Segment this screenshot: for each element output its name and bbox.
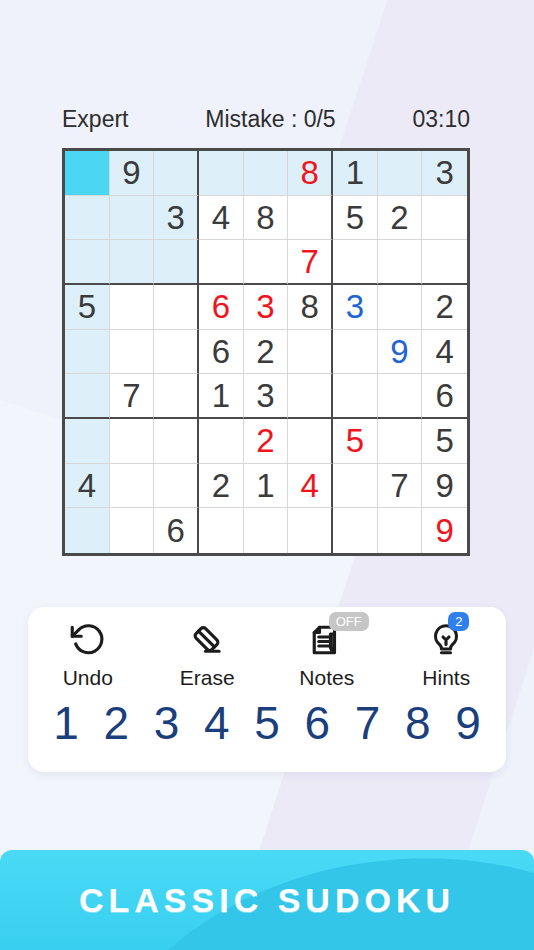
numpad-9[interactable]: 9 xyxy=(446,700,490,746)
hints-icon: 2 xyxy=(426,620,466,660)
cell-r3c1[interactable] xyxy=(65,240,110,285)
notes-icon: OFF xyxy=(307,620,347,660)
cell-r9c6[interactable] xyxy=(288,508,333,553)
cell-r3c6[interactable]: 7 xyxy=(288,240,333,285)
cell-r9c2[interactable] xyxy=(110,508,155,553)
erase-icon xyxy=(187,620,227,660)
cell-r1c5[interactable] xyxy=(244,151,289,196)
cell-r5c1[interactable] xyxy=(65,330,110,375)
cell-r5c7[interactable] xyxy=(333,330,378,375)
cell-r4c7[interactable]: 3 xyxy=(333,285,378,330)
cell-r9c7[interactable] xyxy=(333,508,378,553)
cell-r1c3[interactable] xyxy=(154,151,199,196)
cell-r2c1[interactable] xyxy=(65,196,110,241)
cell-r5c5[interactable]: 2 xyxy=(244,330,289,375)
undo-icon xyxy=(68,620,108,660)
cell-r8c2[interactable] xyxy=(110,464,155,509)
cell-r3c3[interactable] xyxy=(154,240,199,285)
cell-r5c8[interactable]: 9 xyxy=(378,330,423,375)
numpad-8[interactable]: 8 xyxy=(396,700,440,746)
cell-r6c8[interactable] xyxy=(378,374,423,419)
sudoku-board: 98133485275638326294713625542147969 xyxy=(62,148,470,556)
cell-r3c7[interactable] xyxy=(333,240,378,285)
cell-r6c6[interactable] xyxy=(288,374,333,419)
cell-r7c1[interactable] xyxy=(65,419,110,464)
cell-r5c4[interactable]: 6 xyxy=(199,330,244,375)
cell-r5c3[interactable] xyxy=(154,330,199,375)
cell-r3c8[interactable] xyxy=(378,240,423,285)
cell-r9c1[interactable] xyxy=(65,508,110,553)
hints-count-badge: 2 xyxy=(448,612,469,631)
cell-r8c9[interactable]: 9 xyxy=(422,464,467,509)
hints-button[interactable]: 2 Hints xyxy=(387,620,507,690)
cell-r1c6[interactable]: 8 xyxy=(288,151,333,196)
cell-r9c5[interactable] xyxy=(244,508,289,553)
cell-r2c2[interactable] xyxy=(110,196,155,241)
cell-r2c6[interactable] xyxy=(288,196,333,241)
numpad-3[interactable]: 3 xyxy=(145,700,189,746)
numpad-7[interactable]: 7 xyxy=(346,700,390,746)
cell-r7c7[interactable]: 5 xyxy=(333,419,378,464)
cell-r7c4[interactable] xyxy=(199,419,244,464)
cell-r2c3[interactable]: 3 xyxy=(154,196,199,241)
cell-r3c2[interactable] xyxy=(110,240,155,285)
numpad-2[interactable]: 2 xyxy=(94,700,138,746)
cell-r8c8[interactable]: 7 xyxy=(378,464,423,509)
cell-r8c6[interactable]: 4 xyxy=(288,464,333,509)
difficulty-label: Expert xyxy=(62,106,128,133)
cell-r2c8[interactable]: 2 xyxy=(378,196,423,241)
cell-r2c9[interactable] xyxy=(422,196,467,241)
cell-r6c3[interactable] xyxy=(154,374,199,419)
erase-button[interactable]: Erase xyxy=(148,620,268,690)
cell-r9c4[interactable] xyxy=(199,508,244,553)
cell-r9c3[interactable]: 6 xyxy=(154,508,199,553)
cell-r4c9[interactable]: 2 xyxy=(422,285,467,330)
cell-r6c2[interactable]: 7 xyxy=(110,374,155,419)
cell-r8c5[interactable]: 1 xyxy=(244,464,289,509)
cell-r7c6[interactable] xyxy=(288,419,333,464)
cell-r9c9[interactable]: 9 xyxy=(422,508,467,553)
cell-r7c9[interactable]: 5 xyxy=(422,419,467,464)
cell-r1c8[interactable] xyxy=(378,151,423,196)
cell-r4c1[interactable]: 5 xyxy=(65,285,110,330)
cell-r4c5[interactable]: 3 xyxy=(244,285,289,330)
cell-r3c9[interactable] xyxy=(422,240,467,285)
cell-r7c8[interactable] xyxy=(378,419,423,464)
cell-r6c9[interactable]: 6 xyxy=(422,374,467,419)
cell-r4c6[interactable]: 8 xyxy=(288,285,333,330)
cell-r7c2[interactable] xyxy=(110,419,155,464)
undo-label: Undo xyxy=(63,666,113,690)
cell-r1c4[interactable] xyxy=(199,151,244,196)
cell-r5c9[interactable]: 4 xyxy=(422,330,467,375)
number-pad: 123456789 xyxy=(28,690,506,746)
numpad-6[interactable]: 6 xyxy=(295,700,339,746)
cell-r3c4[interactable] xyxy=(199,240,244,285)
notes-button[interactable]: OFF Notes xyxy=(267,620,387,690)
cell-r4c8[interactable] xyxy=(378,285,423,330)
cell-r6c4[interactable]: 1 xyxy=(199,374,244,419)
banner-title: CLASSIC SUDOKU xyxy=(79,881,455,920)
cell-r5c2[interactable] xyxy=(110,330,155,375)
cell-r9c8[interactable] xyxy=(378,508,423,553)
notes-off-badge: OFF xyxy=(329,612,369,631)
cell-r8c7[interactable] xyxy=(333,464,378,509)
notes-label: Notes xyxy=(299,666,354,690)
cell-r3c5[interactable] xyxy=(244,240,289,285)
cell-r6c5[interactable]: 3 xyxy=(244,374,289,419)
numpad-5[interactable]: 5 xyxy=(245,700,289,746)
numpad-4[interactable]: 4 xyxy=(195,700,239,746)
mistake-counter: Mistake : 0/5 xyxy=(205,106,335,133)
cell-r1c1[interactable] xyxy=(65,151,110,196)
cell-r1c2[interactable]: 9 xyxy=(110,151,155,196)
cell-r4c3[interactable] xyxy=(154,285,199,330)
control-card: Undo Erase xyxy=(28,607,506,772)
cell-r8c1[interactable]: 4 xyxy=(65,464,110,509)
hints-label: Hints xyxy=(422,666,470,690)
cell-r1c9[interactable]: 3 xyxy=(422,151,467,196)
numpad-1[interactable]: 1 xyxy=(44,700,88,746)
cell-r6c7[interactable] xyxy=(333,374,378,419)
undo-button[interactable]: Undo xyxy=(28,620,148,690)
cell-r2c7[interactable]: 5 xyxy=(333,196,378,241)
cell-r5c6[interactable] xyxy=(288,330,333,375)
timer: 03:10 xyxy=(412,106,470,133)
erase-label: Erase xyxy=(180,666,235,690)
bottom-banner: CLASSIC SUDOKU xyxy=(0,850,534,950)
cell-r7c5[interactable]: 2 xyxy=(244,419,289,464)
cell-r1c7[interactable]: 1 xyxy=(333,151,378,196)
cell-r8c3[interactable] xyxy=(154,464,199,509)
header-bar: Expert Mistake : 0/5 03:10 xyxy=(62,106,470,133)
cell-r4c4[interactable]: 6 xyxy=(199,285,244,330)
cell-r6c1[interactable] xyxy=(65,374,110,419)
cell-r7c3[interactable] xyxy=(154,419,199,464)
cell-r2c4[interactable]: 4 xyxy=(199,196,244,241)
toolbar: Undo Erase xyxy=(28,607,506,690)
cell-r8c4[interactable]: 2 xyxy=(199,464,244,509)
cell-r4c2[interactable] xyxy=(110,285,155,330)
cell-r2c5[interactable]: 8 xyxy=(244,196,289,241)
